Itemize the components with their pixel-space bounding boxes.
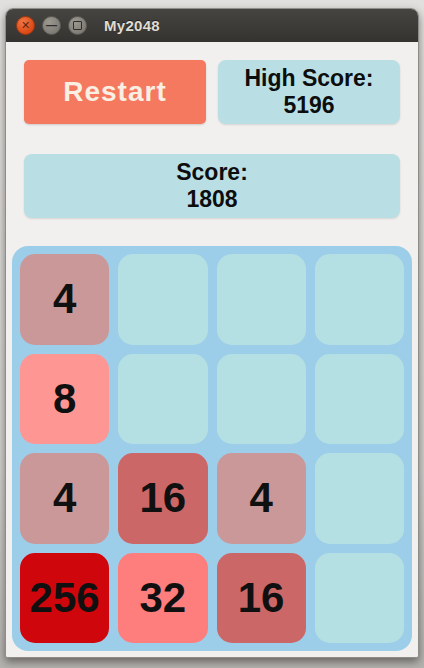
tile-4-r1c1: 4 [20, 254, 109, 345]
tile-32-r4c2: 32 [118, 553, 207, 644]
high-score-label: High Score: [244, 65, 373, 92]
score-panel: Score: 1808 [24, 154, 400, 218]
tile-256-r4c1: 256 [20, 553, 109, 644]
high-score-value: 5196 [283, 92, 334, 119]
tile-16-r3c2: 16 [118, 453, 207, 544]
tile-4-r3c3: 4 [217, 453, 306, 544]
empty-cell-r1c2 [118, 254, 207, 345]
empty-cell-r1c4 [315, 254, 404, 345]
high-score-panel: High Score: 5196 [218, 60, 400, 124]
app-window: ✕ — My2048 Restart High Score: 5196 Scor… [5, 8, 419, 658]
tile-16-r4c3: 16 [217, 553, 306, 644]
titlebar: ✕ — My2048 [6, 9, 418, 42]
close-button[interactable]: ✕ [16, 16, 35, 35]
empty-cell-r2c4 [315, 354, 404, 445]
tile-4-r3c1: 4 [20, 453, 109, 544]
restart-button[interactable]: Restart [24, 60, 206, 124]
tile-8-r2c1: 8 [20, 354, 109, 445]
header-row: Restart High Score: 5196 [24, 60, 400, 124]
window-title: My2048 [104, 17, 160, 34]
empty-cell-r1c3 [217, 254, 306, 345]
game-board[interactable]: 4841642563216 [12, 246, 412, 651]
empty-cell-r4c4 [315, 553, 404, 644]
minimize-button[interactable]: — [42, 16, 61, 35]
score-value: 1808 [186, 186, 237, 213]
content-area: Restart High Score: 5196 Score: 1808 484… [6, 42, 418, 657]
empty-cell-r3c4 [315, 453, 404, 544]
maximize-button[interactable] [68, 16, 87, 35]
score-label: Score: [176, 159, 248, 186]
empty-cell-r2c2 [118, 354, 207, 445]
maximize-icon [73, 21, 82, 30]
empty-cell-r2c3 [217, 354, 306, 445]
